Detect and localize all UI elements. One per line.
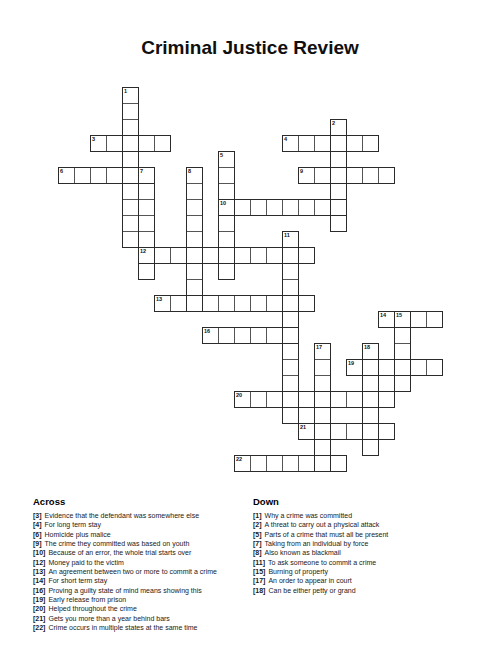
grid-cell[interactable]: [298, 407, 315, 424]
grid-cell[interactable]: [362, 439, 379, 456]
grid-cell[interactable]: [218, 295, 235, 312]
across-clue: [19]Early release from prison: [33, 595, 248, 604]
clue-text: The crime they committed was based on yo…: [45, 540, 190, 547]
clue-text: Gets you more than a year behind bars: [48, 615, 169, 622]
grid-cell[interactable]: [314, 167, 331, 184]
grid-cell[interactable]: [122, 119, 139, 136]
grid-cell[interactable]: [330, 167, 347, 184]
grid-cell[interactable]: [298, 135, 315, 152]
clue-number: [20]: [33, 605, 45, 612]
grid-cell[interactable]: [138, 247, 155, 264]
down-clues-section: Down [1]Why a crime was committed[2]A th…: [253, 496, 468, 595]
grid-cell[interactable]: [282, 391, 299, 408]
grid-cell[interactable]: [186, 167, 203, 184]
clue-number: [4]: [33, 521, 42, 528]
grid-cell[interactable]: [410, 359, 427, 376]
across-clue: [13]An agreement between two or more to …: [33, 567, 248, 576]
clue-number: [11]: [253, 559, 265, 566]
clue-number: [22]: [33, 624, 45, 631]
grid-cell[interactable]: [218, 247, 235, 264]
clue-number: [13]: [33, 568, 45, 575]
grid-cell[interactable]: [90, 135, 107, 152]
grid-cell[interactable]: [122, 103, 139, 120]
grid-cell[interactable]: [234, 199, 251, 216]
grid-cell[interactable]: [250, 295, 267, 312]
grid-cell[interactable]: [282, 279, 299, 296]
clue-text: Burning of property: [268, 568, 328, 575]
grid-cell[interactable]: [426, 311, 443, 328]
down-clue: [8]Also known as blackmail: [253, 548, 468, 557]
grid-cell[interactable]: [122, 151, 139, 168]
clue-number: [7]: [253, 540, 262, 547]
grid-cell[interactable]: [186, 199, 203, 216]
grid-cell[interactable]: [346, 135, 363, 152]
clue-text: A threat to carry out a physical attack: [265, 521, 380, 528]
grid-cell[interactable]: [250, 327, 267, 344]
grid-cell[interactable]: [170, 295, 187, 312]
grid-cell[interactable]: [330, 455, 347, 472]
grid-cell[interactable]: [218, 167, 235, 184]
across-clue: [4]For long term stay: [33, 520, 248, 529]
across-header: Across: [33, 496, 248, 507]
grid-cell[interactable]: [314, 439, 331, 456]
clue-text: An order to appear in court: [268, 577, 351, 584]
grid-cell[interactable]: [330, 183, 347, 200]
grid-cell[interactable]: [90, 167, 107, 184]
grid-cell[interactable]: [186, 263, 203, 280]
clue-number: [18]: [253, 587, 265, 594]
grid-cell[interactable]: [154, 295, 171, 312]
clue-text: Helped throughout the crime: [48, 605, 136, 612]
across-clue: [22]Crime occurs in multiple states at t…: [33, 623, 248, 632]
down-clue-list: [1]Why a crime was committed[2]A threat …: [253, 511, 468, 595]
grid-cell[interactable]: [330, 119, 347, 136]
grid-cell[interactable]: [266, 391, 283, 408]
clue-text: Can be either petty or grand: [268, 587, 355, 594]
clue-number: [15]: [253, 568, 265, 575]
grid-cell[interactable]: [378, 423, 395, 440]
grid-cell[interactable]: [282, 231, 299, 248]
clue-text: Crime occurs in multiple states at the s…: [48, 624, 197, 631]
grid-cell[interactable]: [122, 199, 139, 216]
grid-cell[interactable]: [314, 135, 331, 152]
grid-cell[interactable]: [346, 167, 363, 184]
grid-cell[interactable]: [218, 263, 235, 280]
clue-text: For long term stay: [45, 521, 101, 528]
grid-cell[interactable]: [122, 167, 139, 184]
across-clues-section: Across [3]Evidence that the defendant wa…: [33, 496, 248, 632]
across-clue-list: [3]Evidence that the defendant was somew…: [33, 511, 248, 632]
grid-cell[interactable]: [186, 215, 203, 232]
grid-cell[interactable]: [426, 359, 443, 376]
grid-cell[interactable]: [154, 247, 171, 264]
clue-number: [2]: [253, 521, 262, 528]
page-title: Criminal Justice Review: [0, 37, 500, 59]
grid-cell[interactable]: [74, 167, 91, 184]
grid-cell[interactable]: [394, 327, 411, 344]
grid-cell[interactable]: [314, 391, 331, 408]
grid-cell[interactable]: [250, 199, 267, 216]
grid-cell[interactable]: [314, 359, 331, 376]
grid-cell[interactable]: [378, 359, 395, 376]
grid-cell[interactable]: [362, 391, 379, 408]
clue-text: Homicide plus malice: [45, 531, 111, 538]
grid-cell[interactable]: [122, 183, 139, 200]
clue-number: [14]: [33, 577, 45, 584]
grid-cell[interactable]: [122, 231, 139, 248]
grid-cell[interactable]: [330, 391, 347, 408]
clue-text: Why a crime was committed: [265, 512, 353, 519]
clue-number: [9]: [33, 540, 42, 547]
grid-cell[interactable]: [122, 135, 139, 152]
grid-cell[interactable]: [266, 455, 283, 472]
grid-cell[interactable]: [234, 455, 251, 472]
grid-cell[interactable]: [362, 423, 379, 440]
grid-cell[interactable]: [314, 375, 331, 392]
grid-cell[interactable]: [218, 151, 235, 168]
clue-text: Proving a guilty state of mind means sho…: [48, 587, 201, 594]
grid-cell[interactable]: [394, 375, 411, 392]
down-header: Down: [253, 496, 468, 507]
grid-cell[interactable]: [106, 135, 123, 152]
grid-cell[interactable]: [330, 135, 347, 152]
across-clue: [14]For short term stay: [33, 576, 248, 585]
grid-cell[interactable]: [314, 199, 331, 216]
clue-number: [12]: [33, 559, 45, 566]
grid-cell[interactable]: [346, 423, 363, 440]
across-clue: [12]Money paid to the victim: [33, 558, 248, 567]
clue-number: [8]: [253, 549, 262, 556]
down-clue: [18]Can be either petty or grand: [253, 586, 468, 595]
clue-text: An agreement between two or more to comm…: [48, 568, 216, 575]
clue-text: Money paid to the victim: [48, 559, 123, 566]
grid-cell[interactable]: [186, 183, 203, 200]
clue-number: [19]: [33, 596, 45, 603]
down-clue: [2]A threat to carry out a physical atta…: [253, 520, 468, 529]
grid-cell[interactable]: [138, 167, 155, 184]
grid-cell[interactable]: [298, 199, 315, 216]
down-clue: [1]Why a crime was committed: [253, 511, 468, 520]
grid-cell[interactable]: [362, 167, 379, 184]
grid-cell[interactable]: [394, 311, 411, 328]
grid-cell[interactable]: [186, 279, 203, 296]
grid-cell[interactable]: [282, 263, 299, 280]
grid-cell[interactable]: [282, 455, 299, 472]
down-clue: [7]Taking from an individual by force: [253, 539, 468, 548]
clue-number: [10]: [33, 549, 45, 556]
clue-text: Parts of a crime that must all be presen…: [265, 531, 389, 538]
grid-cell[interactable]: [298, 391, 315, 408]
grid-cell[interactable]: [346, 359, 363, 376]
grid-cell[interactable]: [346, 391, 363, 408]
grid-cell[interactable]: [378, 167, 395, 184]
grid-cell[interactable]: [314, 407, 331, 424]
grid-cell[interactable]: [298, 455, 315, 472]
grid-cell[interactable]: [362, 407, 379, 424]
grid-cell[interactable]: [362, 343, 379, 360]
grid-cell[interactable]: [138, 215, 155, 232]
grid-cell[interactable]: [282, 135, 299, 152]
grid-cell[interactable]: [298, 247, 315, 264]
grid-cell[interactable]: [266, 199, 283, 216]
across-clue: [9]The crime they committed was based on…: [33, 539, 248, 548]
grid-cell[interactable]: [138, 135, 155, 152]
clue-text: Also known as blackmail: [265, 549, 341, 556]
grid-cell[interactable]: [298, 423, 315, 440]
grid-cell[interactable]: [186, 231, 203, 248]
grid-cell[interactable]: [282, 199, 299, 216]
grid-cell[interactable]: [106, 167, 123, 184]
down-clue: [11]To ask someone to commit a crime: [253, 558, 468, 567]
grid-cell[interactable]: [234, 295, 251, 312]
across-clue: [6]Homicide plus malice: [33, 530, 248, 539]
clue-number: [21]: [33, 615, 45, 622]
grid-cell[interactable]: [282, 375, 299, 392]
grid-cell[interactable]: [330, 423, 347, 440]
grid-cell[interactable]: [282, 359, 299, 376]
across-clue: [16]Proving a guilty state of mind means…: [33, 586, 248, 595]
clue-number: [6]: [33, 531, 42, 538]
grid-cell[interactable]: [170, 247, 187, 264]
grid-cell[interactable]: [410, 311, 427, 328]
grid-cell[interactable]: [314, 423, 331, 440]
grid-cell[interactable]: [298, 295, 315, 312]
grid-cell[interactable]: [394, 343, 411, 360]
grid-cell[interactable]: [250, 391, 267, 408]
across-clue: [10]Because of an error, the whole trial…: [33, 548, 248, 557]
grid-cell[interactable]: [282, 407, 299, 424]
grid-cell[interactable]: [138, 183, 155, 200]
grid-cell[interactable]: [282, 343, 299, 360]
grid-cell[interactable]: [138, 231, 155, 248]
clue-number: [3]: [33, 512, 42, 519]
clue-number: [16]: [33, 587, 45, 594]
down-clue: [17]An order to appear in court: [253, 576, 468, 585]
grid-cell[interactable]: [378, 391, 395, 408]
clue-number: [17]: [253, 577, 265, 584]
grid-cell[interactable]: [314, 343, 331, 360]
clue-text: Early release from prison: [48, 596, 126, 603]
grid-cell[interactable]: [266, 247, 283, 264]
across-clue: [3]Evidence that the defendant was somew…: [33, 511, 248, 520]
grid-cell[interactable]: [138, 263, 155, 280]
grid-cell[interactable]: [186, 247, 203, 264]
grid-cell[interactable]: [202, 295, 219, 312]
grid-cell[interactable]: [282, 311, 299, 328]
across-clue: [20]Helped throughout the crime: [33, 604, 248, 613]
grid-cell[interactable]: [234, 247, 251, 264]
grid-cell[interactable]: [282, 327, 299, 344]
down-clue: [15]Burning of property: [253, 567, 468, 576]
grid-cell[interactable]: [218, 215, 235, 232]
across-clue: [21]Gets you more than a year behind bar…: [33, 614, 248, 623]
clue-number: [1]: [253, 512, 262, 519]
grid-cell[interactable]: [122, 215, 139, 232]
grid-cell[interactable]: [234, 327, 251, 344]
clue-text: For short term stay: [48, 577, 107, 584]
grid-cell[interactable]: [202, 247, 219, 264]
grid-cell[interactable]: [362, 359, 379, 376]
grid-cell[interactable]: [154, 135, 171, 152]
grid-cell[interactable]: [250, 247, 267, 264]
grid-cell[interactable]: [282, 247, 299, 264]
grid-cell[interactable]: [378, 311, 395, 328]
grid-cell[interactable]: [138, 199, 155, 216]
grid-cell[interactable]: [250, 455, 267, 472]
grid-cell[interactable]: [218, 327, 235, 344]
clue-text: To ask someone to commit a crime: [268, 559, 376, 566]
grid-cell[interactable]: [266, 327, 283, 344]
grid-cell[interactable]: [298, 167, 315, 184]
grid-cell[interactable]: [330, 199, 347, 216]
grid-cell[interactable]: [266, 295, 283, 312]
grid-cell[interactable]: [58, 167, 75, 184]
down-clue: [5]Parts of a crime that must all be pre…: [253, 530, 468, 539]
grid-cell[interactable]: [282, 295, 299, 312]
grid-cell[interactable]: [234, 391, 251, 408]
grid-cell[interactable]: [330, 151, 347, 168]
clue-number: [5]: [253, 531, 262, 538]
grid-cell[interactable]: [186, 295, 203, 312]
crossword-grid: 12345678910111213141516171819202122: [58, 87, 444, 473]
clue-text: Evidence that the defendant was somewher…: [45, 512, 200, 519]
grid-cell[interactable]: [218, 231, 235, 248]
grid-cell[interactable]: [218, 199, 235, 216]
clue-text: Taking from an individual by force: [265, 540, 369, 547]
clue-text: Because of an error, the whole trial sta…: [48, 549, 191, 556]
grid-cell[interactable]: [330, 215, 347, 232]
grid-cell[interactable]: [362, 135, 379, 152]
grid-cell[interactable]: [202, 327, 219, 344]
grid-cell[interactable]: [362, 375, 379, 392]
grid-cell[interactable]: [314, 455, 331, 472]
grid-cell[interactable]: [218, 183, 235, 200]
grid-cell[interactable]: [122, 87, 139, 104]
grid-cell[interactable]: [394, 359, 411, 376]
